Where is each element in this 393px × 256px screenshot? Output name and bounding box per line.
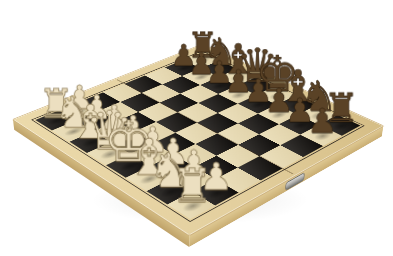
piece-black-pawn: ♟ xyxy=(307,104,337,138)
photo-scene: ♜♟♟♜♞♟♟♞♝♟♟♝♛♟♟♛♚♟♟♚♝♟♟♝♞♟♟♞♜♟♟♜ xyxy=(0,0,393,256)
piece-white-rook: ♜ xyxy=(171,162,213,208)
square-h1: ♜ xyxy=(167,192,214,219)
